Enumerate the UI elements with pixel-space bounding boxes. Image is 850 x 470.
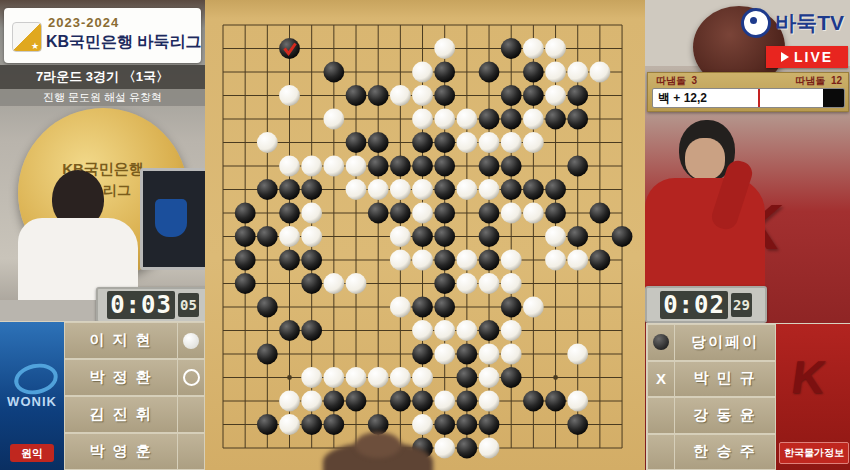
black-stone xyxy=(501,179,522,200)
black-stone xyxy=(589,250,610,271)
white-stone xyxy=(479,344,500,365)
white-stone xyxy=(346,156,367,177)
empty-mark xyxy=(648,398,675,433)
white-stone xyxy=(434,391,455,412)
captures-header: 따냄돌 3 따냄돌 12 xyxy=(648,74,848,87)
player-name: 당이페이 xyxy=(675,333,775,352)
right-team-logo-cell: K 한국물가정보 xyxy=(776,324,850,470)
black-stone xyxy=(523,391,544,412)
black-stone xyxy=(368,156,389,177)
white-stone xyxy=(390,297,411,318)
right-game-clock: 0:02 29 xyxy=(645,286,767,323)
black-stone xyxy=(479,62,500,83)
player-name: 박 영 훈 xyxy=(65,442,177,461)
player-name: 박 정 환 xyxy=(65,368,177,387)
black-stone xyxy=(501,85,522,106)
white-stone xyxy=(323,109,344,130)
black-stone xyxy=(412,344,433,365)
white-stone xyxy=(479,367,500,388)
black-stone xyxy=(479,320,500,341)
empty-mark xyxy=(177,397,204,432)
left-game-clock: 0:03 05 xyxy=(96,287,205,323)
player-name: 이 지 현 xyxy=(65,331,177,350)
white-stone xyxy=(567,62,588,83)
black-stone xyxy=(501,38,522,59)
black-stone-mark xyxy=(648,325,675,360)
white-stone xyxy=(501,344,522,365)
black-stone xyxy=(434,179,455,200)
white-stone xyxy=(434,438,455,459)
black-stone xyxy=(390,203,411,224)
left-player-row-2: 박 정 환 xyxy=(64,359,205,396)
black-stone xyxy=(301,320,322,341)
right-player-row-2: X 박 민 규 xyxy=(647,361,776,398)
black-stone xyxy=(434,414,455,435)
channel-name: 바둑TV xyxy=(775,9,844,37)
white-stone xyxy=(545,38,566,59)
black-stone xyxy=(523,62,544,83)
black-stone xyxy=(479,109,500,130)
eval-marker xyxy=(758,89,760,107)
x-mark: X xyxy=(648,362,675,397)
black-stone xyxy=(567,226,588,247)
left-team-logo-cell: WONIK 원익 xyxy=(0,322,64,470)
right-clock-main: 0:02 xyxy=(660,291,728,319)
black-stone xyxy=(567,414,588,435)
black-stone xyxy=(279,179,300,200)
right-player-photo-face xyxy=(685,138,725,180)
white-stone xyxy=(479,179,500,200)
left-team-badge: 원익 xyxy=(10,444,54,462)
black-stone xyxy=(501,297,522,318)
captures-left: 따냄돌 3 xyxy=(656,74,697,88)
player-hand-finger xyxy=(355,432,401,458)
black-stone xyxy=(456,367,477,388)
star-point xyxy=(553,375,558,380)
white-stone xyxy=(523,38,544,59)
left-clock-main: 0:03 xyxy=(107,291,175,319)
black-stone xyxy=(501,156,522,177)
star-point xyxy=(287,375,292,380)
player-name: 강 동 윤 xyxy=(675,406,775,425)
monitor-team-logo xyxy=(155,199,187,237)
black-stone xyxy=(257,179,278,200)
left-player-row-3: 김 진 휘 xyxy=(64,396,205,433)
black-stone xyxy=(279,250,300,271)
player-name: 한 승 주 xyxy=(675,442,775,461)
player-name: 박 민 규 xyxy=(675,369,775,388)
black-share-segment xyxy=(823,89,844,107)
white-stone xyxy=(456,320,477,341)
white-stone xyxy=(412,109,433,130)
white-stone xyxy=(523,297,544,318)
black-stone xyxy=(390,391,411,412)
white-stone xyxy=(479,438,500,459)
black-stone xyxy=(434,156,455,177)
white-stone xyxy=(456,132,477,153)
player-name: 김 진 휘 xyxy=(65,405,177,424)
live-label: LIVE xyxy=(794,49,833,65)
white-stone xyxy=(279,414,300,435)
white-stone xyxy=(412,320,433,341)
black-stone xyxy=(479,156,500,177)
white-stone xyxy=(412,414,433,435)
black-stone xyxy=(434,297,455,318)
white-stone xyxy=(346,367,367,388)
white-stone xyxy=(501,132,522,153)
black-stone xyxy=(479,414,500,435)
white-stone xyxy=(434,109,455,130)
ring-mark xyxy=(177,360,204,395)
black-stone xyxy=(412,132,433,153)
black-stone xyxy=(456,414,477,435)
live-badge: LIVE xyxy=(766,46,848,68)
black-stone xyxy=(323,414,344,435)
white-stone xyxy=(412,62,433,83)
white-stone xyxy=(323,367,344,388)
staff-info-bar: 진행 문도원 해설 유창혁 xyxy=(0,89,205,106)
black-stone xyxy=(434,132,455,153)
white-stone xyxy=(323,156,344,177)
black-stone xyxy=(434,85,455,106)
white-stone xyxy=(279,226,300,247)
black-stone xyxy=(501,109,522,130)
black-stone xyxy=(589,203,610,224)
right-player-row-4: 한 승 주 xyxy=(647,434,776,470)
white-stone xyxy=(257,132,278,153)
black-stone xyxy=(412,391,433,412)
black-stone xyxy=(412,156,433,177)
black-stone xyxy=(346,132,367,153)
black-stone xyxy=(456,344,477,365)
white-stone xyxy=(567,344,588,365)
white-stone xyxy=(390,226,411,247)
white-stone xyxy=(301,203,322,224)
white-stone xyxy=(368,367,389,388)
black-stone xyxy=(456,438,477,459)
white-stone xyxy=(279,156,300,177)
black-stone xyxy=(257,344,278,365)
ai-eval-panel: 따냄돌 3 따냄돌 12 백 + 12,2 xyxy=(647,72,849,112)
black-stone xyxy=(612,226,633,247)
white-stone xyxy=(279,85,300,106)
black-stone xyxy=(301,179,322,200)
black-stone xyxy=(323,62,344,83)
white-stone xyxy=(301,156,322,177)
black-stone xyxy=(479,203,500,224)
black-stone xyxy=(279,38,300,59)
wonik-eye-icon xyxy=(11,360,60,398)
white-stone xyxy=(434,38,455,59)
black-stone xyxy=(434,250,455,271)
empty-mark xyxy=(648,435,675,470)
white-stone xyxy=(501,273,522,294)
right-sidebar: K 바둑TV LIVE 따냄돌 3 따냄돌 12 백 + 12,2 0:02 xyxy=(645,0,850,470)
winrate-bar: 백 + 12,2 xyxy=(652,88,845,108)
white-stone xyxy=(412,203,433,224)
right-clock-seconds: 29 xyxy=(731,293,752,317)
white-stone xyxy=(479,273,500,294)
white-stone xyxy=(390,179,411,200)
white-stone xyxy=(523,203,544,224)
round-info-bar: 7라운드 3경기 〈1국〉 xyxy=(0,65,205,89)
white-stone xyxy=(479,132,500,153)
white-stone xyxy=(523,132,544,153)
left-player-row-1: 이 지 현 xyxy=(64,322,205,359)
empty-mark xyxy=(177,434,204,469)
black-stone xyxy=(279,320,300,341)
black-stone xyxy=(567,156,588,177)
black-stone xyxy=(235,273,256,294)
black-stone xyxy=(368,132,389,153)
white-stone xyxy=(545,226,566,247)
white-stone xyxy=(523,109,544,130)
black-stone xyxy=(545,109,566,130)
white-stone xyxy=(323,273,344,294)
white-stone xyxy=(346,273,367,294)
black-stone xyxy=(279,203,300,224)
black-stone xyxy=(235,226,256,247)
captures-right: 따냄돌 12 xyxy=(795,74,842,88)
right-team-badge: 한국물가정보 xyxy=(779,442,849,464)
kb-logo-icon xyxy=(12,22,42,52)
black-stone xyxy=(434,203,455,224)
black-stone xyxy=(434,273,455,294)
black-stone xyxy=(434,226,455,247)
black-stone xyxy=(523,179,544,200)
right-player-photo-body xyxy=(645,178,765,290)
black-stone xyxy=(257,414,278,435)
white-stone xyxy=(501,203,522,224)
white-stone xyxy=(412,85,433,106)
white-stone xyxy=(412,179,433,200)
black-stone xyxy=(390,156,411,177)
white-stone xyxy=(301,367,322,388)
white-stone xyxy=(501,320,522,341)
league-title: KB국민은행 바둑리그 xyxy=(46,32,202,53)
black-stone xyxy=(368,85,389,106)
white-stone xyxy=(412,367,433,388)
black-stone xyxy=(434,62,455,83)
white-stone xyxy=(279,391,300,412)
baduktv-icon xyxy=(741,8,771,38)
white-stone xyxy=(567,250,588,271)
white-stone xyxy=(567,391,588,412)
white-stone-mark xyxy=(177,323,204,358)
white-stone xyxy=(479,391,500,412)
left-clock-seconds: 05 xyxy=(178,293,199,317)
white-stone xyxy=(545,250,566,271)
white-stone xyxy=(390,367,411,388)
left-sidebar: KB국민은행 바둑리그 2023-2024 KB국민은행 바둑리그 7라운드 3… xyxy=(0,0,205,470)
black-stone xyxy=(412,297,433,318)
white-stone xyxy=(346,179,367,200)
black-stone xyxy=(545,391,566,412)
white-stone xyxy=(301,226,322,247)
black-stone xyxy=(456,391,477,412)
black-stone xyxy=(523,85,544,106)
black-stone xyxy=(567,85,588,106)
black-stone xyxy=(323,391,344,412)
white-stone xyxy=(456,250,477,271)
studio-monitor xyxy=(140,168,205,270)
white-stone xyxy=(301,391,322,412)
white-stone xyxy=(412,250,433,271)
right-player-row-1: 당이페이 xyxy=(647,324,776,361)
black-stone xyxy=(257,297,278,318)
left-team-name: WONIK xyxy=(0,394,64,409)
league-season: 2023-2024 xyxy=(48,15,119,30)
white-stone xyxy=(456,109,477,130)
white-stone xyxy=(456,179,477,200)
white-stone xyxy=(368,179,389,200)
eval-score: 백 + 12,2 xyxy=(658,90,707,107)
left-player-row-4: 박 영 훈 xyxy=(64,433,205,470)
black-stone xyxy=(301,250,322,271)
left-team-roster: WONIK 원익 이 지 현 박 정 환 김 진 휘 박 영 훈 xyxy=(0,322,205,470)
sponsor-logo-letter: K xyxy=(788,350,829,404)
black-stone xyxy=(545,203,566,224)
black-stone xyxy=(301,414,322,435)
channel-logo: 바둑TV xyxy=(741,8,844,38)
white-stone xyxy=(434,320,455,341)
black-stone xyxy=(545,179,566,200)
black-stone xyxy=(235,250,256,271)
black-stone xyxy=(301,273,322,294)
black-stone xyxy=(479,250,500,271)
white-stone xyxy=(545,62,566,83)
right-team-roster: 당이페이 K 한국물가정보 X 박 민 규 강 동 윤 한 승 주 xyxy=(647,324,850,470)
black-stone xyxy=(257,226,278,247)
black-stone xyxy=(346,391,367,412)
white-stone xyxy=(390,250,411,271)
white-stone xyxy=(501,250,522,271)
board-grid xyxy=(205,0,645,470)
white-stone xyxy=(390,85,411,106)
league-title-card: 2023-2024 KB국민은행 바둑리그 xyxy=(4,8,201,63)
black-stone xyxy=(368,203,389,224)
go-board[interactable] xyxy=(205,0,645,470)
white-stone xyxy=(545,85,566,106)
black-stone xyxy=(346,85,367,106)
black-stone xyxy=(235,203,256,224)
white-stone xyxy=(456,273,477,294)
black-stone xyxy=(567,109,588,130)
black-stone xyxy=(412,226,433,247)
broadcast-screen: KB국민은행 바둑리그 2023-2024 KB국민은행 바둑리그 7라운드 3… xyxy=(0,0,850,470)
black-stone xyxy=(501,367,522,388)
play-icon xyxy=(781,52,789,62)
black-stone xyxy=(479,226,500,247)
right-player-row-3: 강 동 윤 xyxy=(647,397,776,434)
white-stone xyxy=(434,344,455,365)
white-stone xyxy=(589,62,610,83)
